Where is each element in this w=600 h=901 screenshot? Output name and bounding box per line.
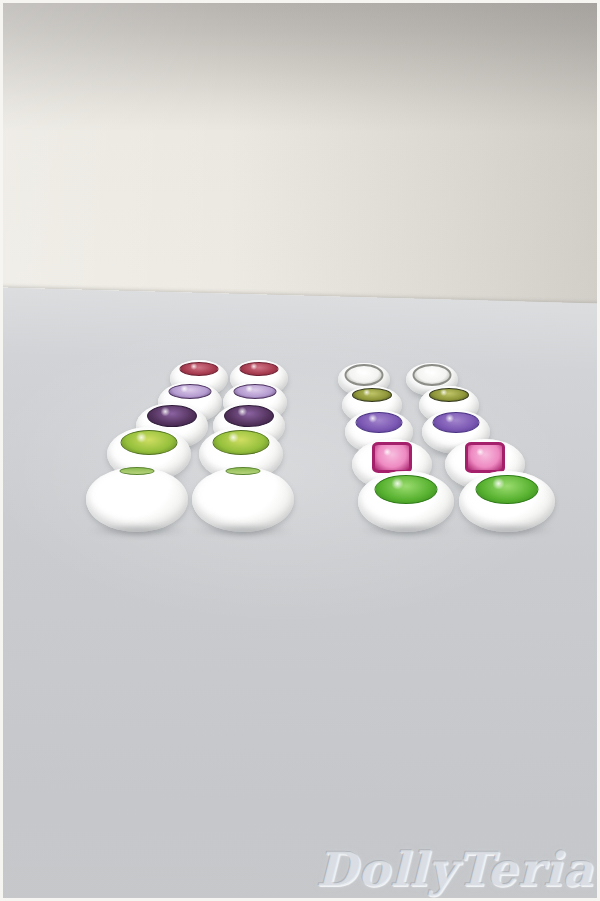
iris-yellow-green xyxy=(121,430,178,455)
iris-white-clear xyxy=(413,364,452,386)
iris-pink-magenta xyxy=(465,442,505,473)
iris-dark-purple xyxy=(224,405,274,427)
doll-eye-bright-green-left xyxy=(358,471,454,532)
iris-dark-purple xyxy=(147,405,197,427)
eye-group-right xyxy=(3,3,597,898)
doll-eye-green-right xyxy=(192,467,294,532)
iris-pink-magenta xyxy=(372,442,412,473)
iris-green xyxy=(226,467,261,475)
iris-red xyxy=(240,362,279,376)
iris-olive-green xyxy=(429,388,469,402)
doll-eyes-layer xyxy=(3,3,597,898)
iris-violet xyxy=(356,412,403,433)
iris-violet xyxy=(433,412,480,433)
doll-eye-green-left xyxy=(86,467,188,532)
product-photo: DollyTeria xyxy=(0,0,600,901)
watermark-text: DollyTeria xyxy=(316,846,594,893)
iris-green xyxy=(120,467,155,475)
iris-lavender xyxy=(169,384,212,399)
iris-yellow-green xyxy=(213,430,270,455)
iris-olive-green xyxy=(352,388,392,402)
iris-red xyxy=(180,362,219,376)
iris-bright-green xyxy=(476,475,539,504)
doll-eye-bright-green-right xyxy=(459,471,555,532)
iris-lavender xyxy=(234,384,277,399)
iris-white-clear xyxy=(345,364,384,386)
iris-bright-green xyxy=(375,475,438,504)
